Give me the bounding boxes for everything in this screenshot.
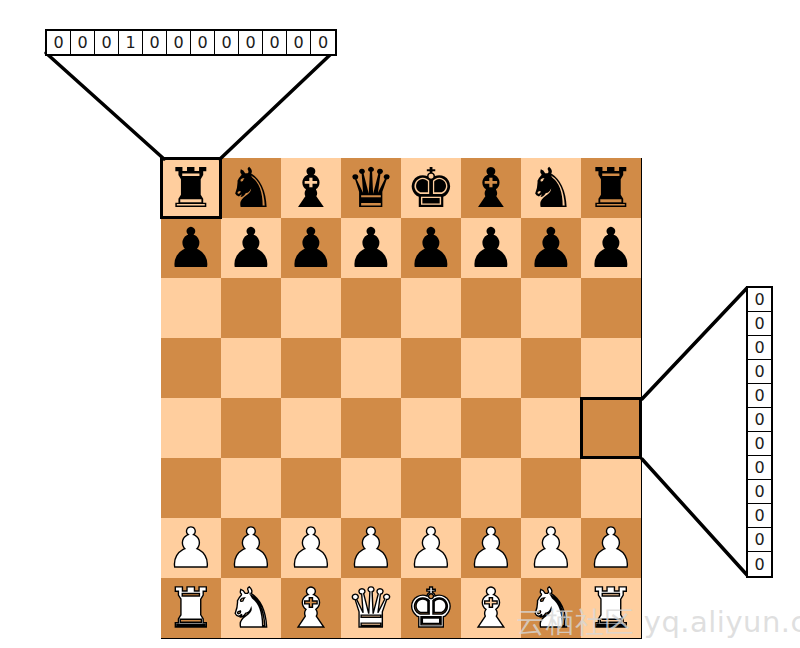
piece-white-pawn: ♟ <box>406 518 455 578</box>
piece-black-knight: ♞ <box>226 158 275 218</box>
square-g1: ♞ <box>521 578 581 638</box>
square-d6 <box>341 278 401 338</box>
piece-black-pawn: ♟ <box>466 218 515 278</box>
piece-onehot-vector-a8: 000100000000 <box>45 29 337 56</box>
square-g2: ♟ <box>521 518 581 578</box>
square-a4 <box>161 398 221 458</box>
piece-white-bishop: ♝ <box>286 578 335 638</box>
square-a5 <box>161 338 221 398</box>
square-d3 <box>341 458 401 518</box>
square-b2: ♟ <box>221 518 281 578</box>
square-a6 <box>161 278 221 338</box>
vector-cell: 0 <box>71 31 95 54</box>
square-f1: ♝ <box>461 578 521 638</box>
square-b1: ♞ <box>221 578 281 638</box>
piece-black-bishop: ♝ <box>286 158 335 218</box>
piece-white-rook: ♜ <box>166 578 215 638</box>
vector-cell: 0 <box>748 384 771 408</box>
square-g6 <box>521 278 581 338</box>
square-e8: ♚ <box>401 158 461 218</box>
piece-black-king: ♚ <box>406 158 455 218</box>
piece-black-pawn: ♟ <box>586 218 635 278</box>
piece-white-pawn: ♟ <box>526 518 575 578</box>
square-h3 <box>581 458 641 518</box>
square-a1: ♜ <box>161 578 221 638</box>
piece-black-pawn: ♟ <box>346 218 395 278</box>
square-e3 <box>401 458 461 518</box>
square-h7: ♟ <box>581 218 641 278</box>
vector-cell: 0 <box>311 31 335 54</box>
square-e5 <box>401 338 461 398</box>
square-g3 <box>521 458 581 518</box>
vector-cell: 0 <box>748 408 771 432</box>
square-c4 <box>281 398 341 458</box>
vector-cell: 0 <box>167 31 191 54</box>
piece-white-rook: ♜ <box>586 578 635 638</box>
vector-cell: 0 <box>215 31 239 54</box>
vector-cell: 0 <box>263 31 287 54</box>
square-c8: ♝ <box>281 158 341 218</box>
vector-cell: 0 <box>748 528 771 552</box>
square-f4 <box>461 398 521 458</box>
piece-black-bishop: ♝ <box>466 158 515 218</box>
piece-white-pawn: ♟ <box>286 518 335 578</box>
piece-white-pawn: ♟ <box>346 518 395 578</box>
square-f7: ♟ <box>461 218 521 278</box>
vector-cell: 0 <box>748 360 771 384</box>
piece-white-pawn: ♟ <box>226 518 275 578</box>
square-f5 <box>461 338 521 398</box>
square-f8: ♝ <box>461 158 521 218</box>
square-h8: ♜ <box>581 158 641 218</box>
vector-cell: 0 <box>239 31 263 54</box>
square-d7: ♟ <box>341 218 401 278</box>
piece-white-pawn: ♟ <box>586 518 635 578</box>
square-b7: ♟ <box>221 218 281 278</box>
square-c5 <box>281 338 341 398</box>
square-a3 <box>161 458 221 518</box>
piece-black-pawn: ♟ <box>226 218 275 278</box>
square-b8: ♞ <box>221 158 281 218</box>
square-b4 <box>221 398 281 458</box>
square-e7: ♟ <box>401 218 461 278</box>
square-e2: ♟ <box>401 518 461 578</box>
square-a2: ♟ <box>161 518 221 578</box>
piece-black-rook: ♜ <box>166 158 215 218</box>
vector-cell: 0 <box>748 432 771 456</box>
square-b5 <box>221 338 281 398</box>
piece-onehot-vector-h4: 000000000000 <box>746 286 773 578</box>
funnel-line-top-left <box>46 53 164 159</box>
square-e6 <box>401 278 461 338</box>
piece-white-king: ♚ <box>406 578 455 638</box>
square-d2: ♟ <box>341 518 401 578</box>
vector-cell: 0 <box>287 31 311 54</box>
square-c2: ♟ <box>281 518 341 578</box>
vector-cell: 1 <box>119 31 143 54</box>
square-h5 <box>581 338 641 398</box>
square-c3 <box>281 458 341 518</box>
square-f2: ♟ <box>461 518 521 578</box>
square-d1: ♛ <box>341 578 401 638</box>
vector-cell: 0 <box>143 31 167 54</box>
square-a7: ♟ <box>161 218 221 278</box>
piece-black-rook: ♜ <box>586 158 635 218</box>
square-c7: ♟ <box>281 218 341 278</box>
piece-white-knight: ♞ <box>226 578 275 638</box>
chess-board: ♜♞♝♛♚♝♞♜♟♟♟♟♟♟♟♟♟♟♟♟♟♟♟♟♜♞♝♛♚♝♞♜ <box>161 158 642 639</box>
square-e4 <box>401 398 461 458</box>
square-b3 <box>221 458 281 518</box>
vector-cell: 0 <box>748 288 771 312</box>
square-f3 <box>461 458 521 518</box>
one-hot-encoding-diagram: 000100000000 000000000000 ♜♞♝♛♚♝♞♜♟♟♟♟♟♟… <box>0 0 800 648</box>
vector-cell: 0 <box>748 336 771 360</box>
vector-cell: 0 <box>191 31 215 54</box>
square-g5 <box>521 338 581 398</box>
funnel-line-right-bottom <box>642 459 747 575</box>
vector-cell: 0 <box>95 31 119 54</box>
piece-black-pawn: ♟ <box>166 218 215 278</box>
vector-cell: 0 <box>748 456 771 480</box>
piece-black-knight: ♞ <box>526 158 575 218</box>
vector-cell: 0 <box>47 31 71 54</box>
piece-black-pawn: ♟ <box>526 218 575 278</box>
square-d8: ♛ <box>341 158 401 218</box>
piece-white-pawn: ♟ <box>466 518 515 578</box>
piece-white-pawn: ♟ <box>166 518 215 578</box>
piece-white-knight: ♞ <box>526 578 575 638</box>
square-c6 <box>281 278 341 338</box>
square-h1: ♜ <box>581 578 641 638</box>
vector-cell: 0 <box>748 552 771 576</box>
square-f6 <box>461 278 521 338</box>
square-h4 <box>581 398 641 458</box>
vector-cell: 0 <box>748 480 771 504</box>
square-g8: ♞ <box>521 158 581 218</box>
square-d5 <box>341 338 401 398</box>
funnel-line-top-right <box>220 53 332 159</box>
square-c1: ♝ <box>281 578 341 638</box>
piece-black-pawn: ♟ <box>286 218 335 278</box>
piece-black-queen: ♛ <box>346 158 395 218</box>
piece-white-queen: ♛ <box>346 578 395 638</box>
square-h6 <box>581 278 641 338</box>
piece-black-pawn: ♟ <box>406 218 455 278</box>
square-b6 <box>221 278 281 338</box>
vector-cell: 0 <box>748 504 771 528</box>
square-g4 <box>521 398 581 458</box>
square-a8: ♜ <box>161 158 221 218</box>
piece-white-bishop: ♝ <box>466 578 515 638</box>
square-g7: ♟ <box>521 218 581 278</box>
vector-cell: 0 <box>748 312 771 336</box>
square-e1: ♚ <box>401 578 461 638</box>
funnel-line-right-top <box>642 288 747 399</box>
square-d4 <box>341 398 401 458</box>
square-h2: ♟ <box>581 518 641 578</box>
